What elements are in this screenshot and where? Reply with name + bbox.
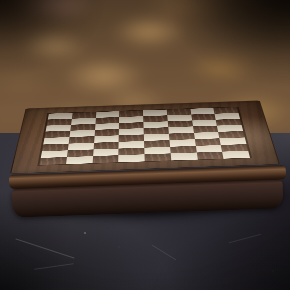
photo-scene <box>0 0 290 290</box>
table-dust-speckles <box>84 232 86 234</box>
